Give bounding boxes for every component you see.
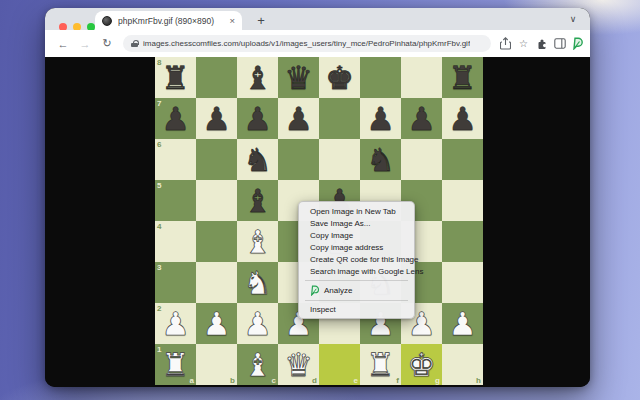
white-rook-a1: ♜ bbox=[155, 344, 196, 385]
menu-item-label: Search image with Google Lens bbox=[310, 267, 423, 276]
menu-item-label: Copy Image bbox=[310, 231, 353, 240]
square-h4 bbox=[442, 221, 483, 262]
extensions-puzzle-icon[interactable] bbox=[535, 37, 548, 51]
file-label: h bbox=[476, 376, 481, 385]
tab-close-icon[interactable]: × bbox=[229, 15, 235, 26]
square-b7: ♟ bbox=[196, 98, 237, 139]
white-queen-d1: ♛ bbox=[278, 344, 319, 385]
menu-item-label: Inspect bbox=[310, 305, 336, 314]
menu-item-analyze[interactable]: Analyze bbox=[299, 283, 414, 297]
square-c1: c♝ bbox=[237, 344, 278, 385]
square-c7: ♟ bbox=[237, 98, 278, 139]
menu-separator bbox=[305, 280, 408, 281]
browser-menu-dots-icon[interactable]: ⋮ bbox=[589, 37, 590, 51]
address-bar[interactable]: images.chesscomfiles.com/uploads/v1/imag… bbox=[123, 35, 491, 52]
black-pawn-d7: ♟ bbox=[278, 98, 319, 139]
desktop-wallpaper: phpKmrFbv.gif (890×890) × + ∨ ← → ↻ imag… bbox=[0, 0, 640, 400]
square-a2: 2♟ bbox=[155, 303, 196, 344]
back-button[interactable]: ← bbox=[55, 36, 71, 52]
square-b6 bbox=[196, 139, 237, 180]
square-h6 bbox=[442, 139, 483, 180]
tab-title: phpKmrFbv.gif (890×890) bbox=[118, 16, 225, 26]
square-a8: 8♜ bbox=[155, 57, 196, 98]
square-e8: ♚ bbox=[319, 57, 360, 98]
white-king-g1: ♚ bbox=[401, 344, 442, 385]
black-knight-c6: ♞ bbox=[237, 139, 278, 180]
square-b1: b bbox=[196, 344, 237, 385]
menu-item-label: Save Image As... bbox=[310, 219, 370, 228]
square-a3: 3 bbox=[155, 262, 196, 303]
menu-item-copy-image[interactable]: Copy Image bbox=[299, 229, 414, 241]
square-e1: e bbox=[319, 344, 360, 385]
black-rook-a8: ♜ bbox=[155, 57, 196, 98]
tab-search-chevron-icon[interactable]: ∨ bbox=[564, 10, 582, 28]
menu-item-label: Open Image in New Tab bbox=[310, 207, 396, 216]
white-bishop-c4: ♝ bbox=[237, 221, 278, 262]
black-queen-d8: ♛ bbox=[278, 57, 319, 98]
white-pawn-h2: ♟ bbox=[442, 303, 483, 344]
rank-label: 5 bbox=[157, 181, 161, 190]
share-icon[interactable] bbox=[499, 37, 512, 51]
lock-icon bbox=[131, 40, 138, 48]
menu-item-create-qr-code-for-this-image[interactable]: Create QR code for this Image bbox=[299, 253, 414, 265]
analyze-extension-icon bbox=[310, 285, 320, 296]
square-c5: ♝ bbox=[237, 180, 278, 221]
square-c3: ♞ bbox=[237, 262, 278, 303]
white-rook-f1: ♜ bbox=[360, 344, 401, 385]
square-d6 bbox=[278, 139, 319, 180]
file-label: b bbox=[230, 376, 235, 385]
black-king-e8: ♚ bbox=[319, 57, 360, 98]
tab-strip: phpKmrFbv.gif (890×890) × + ∨ bbox=[45, 8, 590, 30]
square-a4: 4 bbox=[155, 221, 196, 262]
side-panel-icon[interactable] bbox=[553, 37, 566, 51]
browser-window: phpKmrFbv.gif (890×890) × + ∨ ← → ↻ imag… bbox=[45, 8, 590, 387]
black-knight-f6: ♞ bbox=[360, 139, 401, 180]
toolbar-icons: ☆ ⋮ bbox=[499, 37, 590, 51]
file-label: e bbox=[354, 376, 358, 385]
square-d8: ♛ bbox=[278, 57, 319, 98]
square-b8 bbox=[196, 57, 237, 98]
square-c8: ♝ bbox=[237, 57, 278, 98]
square-b2: ♟ bbox=[196, 303, 237, 344]
black-rook-h8: ♜ bbox=[442, 57, 483, 98]
square-e6 bbox=[319, 139, 360, 180]
white-pawn-a2: ♟ bbox=[155, 303, 196, 344]
reload-button[interactable]: ↻ bbox=[99, 36, 115, 52]
square-d1: d♛ bbox=[278, 344, 319, 385]
browser-tab[interactable]: phpKmrFbv.gif (890×890) × bbox=[95, 11, 242, 30]
rank-label: 4 bbox=[157, 222, 161, 231]
tab-favicon-icon bbox=[102, 16, 112, 26]
menu-item-label: Create QR code for this Image bbox=[310, 255, 419, 264]
menu-item-copy-image-address[interactable]: Copy image address bbox=[299, 241, 414, 253]
square-h5 bbox=[442, 180, 483, 221]
black-pawn-c7: ♟ bbox=[237, 98, 278, 139]
square-f7: ♟ bbox=[360, 98, 401, 139]
square-g7: ♟ bbox=[401, 98, 442, 139]
square-a1: 1a♜ bbox=[155, 344, 196, 385]
square-c4: ♝ bbox=[237, 221, 278, 262]
square-a7: 7♟ bbox=[155, 98, 196, 139]
white-pawn-b2: ♟ bbox=[196, 303, 237, 344]
square-g6 bbox=[401, 139, 442, 180]
analyze-extension-icon[interactable] bbox=[571, 37, 584, 51]
square-h3 bbox=[442, 262, 483, 303]
url-text: images.chesscomfiles.com/uploads/v1/imag… bbox=[143, 39, 470, 48]
black-pawn-g7: ♟ bbox=[401, 98, 442, 139]
black-bishop-c5: ♝ bbox=[237, 180, 278, 221]
square-b3 bbox=[196, 262, 237, 303]
rank-label: 3 bbox=[157, 263, 161, 272]
square-e7 bbox=[319, 98, 360, 139]
black-pawn-b7: ♟ bbox=[196, 98, 237, 139]
menu-separator bbox=[305, 300, 408, 301]
context-menu: Open Image in New TabSave Image As...Cop… bbox=[298, 201, 415, 319]
square-f6: ♞ bbox=[360, 139, 401, 180]
square-g8 bbox=[401, 57, 442, 98]
menu-item-inspect[interactable]: Inspect bbox=[299, 303, 414, 315]
square-f1: f♜ bbox=[360, 344, 401, 385]
square-h2: ♟ bbox=[442, 303, 483, 344]
square-c2: ♟ bbox=[237, 303, 278, 344]
square-h1: h bbox=[442, 344, 483, 385]
black-pawn-f7: ♟ bbox=[360, 98, 401, 139]
menu-item-label: Analyze bbox=[324, 286, 352, 295]
white-knight-c3: ♞ bbox=[237, 262, 278, 303]
square-a6: 6 bbox=[155, 139, 196, 180]
square-f8 bbox=[360, 57, 401, 98]
menu-item-open-image-in-new-tab[interactable]: Open Image in New Tab bbox=[299, 205, 414, 217]
menu-item-label: Copy image address bbox=[310, 243, 383, 252]
square-a5: 5 bbox=[155, 180, 196, 221]
forward-button[interactable]: → bbox=[77, 36, 93, 52]
menu-item-save-image-as[interactable]: Save Image As... bbox=[299, 217, 414, 229]
square-d7: ♟ bbox=[278, 98, 319, 139]
black-pawn-h7: ♟ bbox=[442, 98, 483, 139]
analyze-extension-icon bbox=[310, 285, 320, 296]
black-pawn-a7: ♟ bbox=[155, 98, 196, 139]
browser-toolbar: ← → ↻ images.chesscomfiles.com/uploads/v… bbox=[45, 30, 590, 57]
menu-item-search-image-with-google-lens[interactable]: Search image with Google Lens bbox=[299, 265, 414, 277]
square-b5 bbox=[196, 180, 237, 221]
bookmark-star-icon[interactable]: ☆ bbox=[517, 37, 530, 51]
white-pawn-c2: ♟ bbox=[237, 303, 278, 344]
square-b4 bbox=[196, 221, 237, 262]
black-bishop-c8: ♝ bbox=[237, 57, 278, 98]
square-g1: g♚ bbox=[401, 344, 442, 385]
white-bishop-c1: ♝ bbox=[237, 344, 278, 385]
square-h8: ♜ bbox=[442, 57, 483, 98]
rank-label: 6 bbox=[157, 140, 161, 149]
square-c6: ♞ bbox=[237, 139, 278, 180]
new-tab-button[interactable]: + bbox=[251, 10, 271, 30]
square-h7: ♟ bbox=[442, 98, 483, 139]
